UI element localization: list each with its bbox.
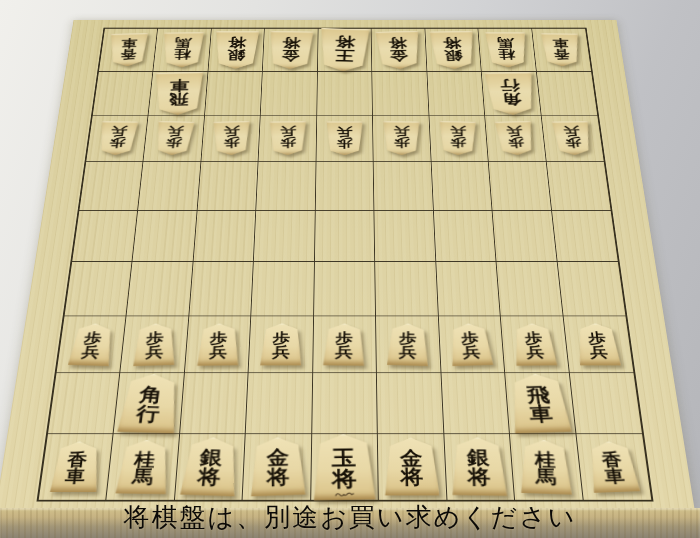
cell-3d — [431, 162, 492, 211]
cell-6d — [256, 162, 316, 211]
piece-gote-金将-6a: 金 将 — [268, 31, 314, 69]
piece-kanji: 歩 兵 — [450, 126, 466, 149]
cell-9c: 歩 兵 — [86, 116, 149, 162]
cell-8g: 歩 兵 — [121, 316, 190, 373]
cell-3a: 銀 将 — [425, 29, 482, 72]
piece-kanji: 玉 将 — [332, 448, 357, 490]
cell-2c: 歩 兵 — [485, 116, 546, 162]
piece-kanji: 歩 兵 — [108, 126, 127, 149]
piece-sente-歩兵-9g: 歩 兵 — [68, 323, 116, 366]
cell-6f — [252, 262, 315, 316]
cell-7b — [205, 72, 263, 116]
cell-5c: 歩 兵 — [316, 116, 374, 162]
cell-9f — [65, 262, 133, 316]
cell-9d — [79, 162, 143, 211]
piece-gote-王将-5a: 王 将 — [319, 28, 370, 72]
cell-6h — [246, 373, 313, 434]
piece-kanji: 銀 将 — [442, 36, 462, 61]
cell-4d — [374, 162, 434, 211]
piece-kanji: 角 行 — [135, 386, 163, 424]
piece-kanji: 銀 将 — [227, 36, 247, 61]
cell-4a: 金 将 — [372, 29, 427, 72]
cell-6e — [254, 211, 315, 262]
piece-sente-歩兵-2g: 歩 兵 — [512, 323, 557, 366]
piece-kanji: 金 将 — [281, 36, 301, 61]
cell-3f — [436, 262, 501, 316]
cell-2e — [493, 211, 558, 262]
cell-4f — [375, 262, 438, 316]
piece-sente-歩兵-4g: 歩 兵 — [387, 323, 428, 366]
piece-sente-歩兵-8g: 歩 兵 — [133, 323, 176, 366]
cell-6i: 金 将 — [243, 434, 312, 500]
piece-kanji: 歩 兵 — [165, 126, 184, 149]
piece-kanji: 香 車 — [552, 38, 570, 60]
piece-kanji: 歩 兵 — [524, 332, 545, 360]
piece-gote-歩兵-4c: 歩 兵 — [383, 121, 420, 155]
cell-5f — [314, 262, 376, 316]
piece-gote-歩兵-3c: 歩 兵 — [440, 121, 477, 156]
maker-signature-mark — [335, 491, 355, 498]
cell-6c: 歩 兵 — [259, 116, 317, 162]
piece-kanji: 銀 将 — [197, 449, 224, 488]
piece-kanji: 金 将 — [388, 36, 408, 61]
cell-8e — [133, 211, 198, 262]
cell-1e — [552, 211, 618, 262]
piece-kanji: 歩 兵 — [223, 126, 239, 149]
cell-7i: 銀 将 — [175, 434, 246, 500]
piece-kanji: 歩 兵 — [337, 126, 353, 148]
cell-6b — [261, 72, 318, 116]
cell-7c: 歩 兵 — [201, 116, 261, 162]
board-scene: 香 車桂 馬銀 将金 将王 将金 将銀 将桂 馬香 車飛 車角 行歩 兵歩 兵歩… — [0, 0, 700, 538]
product-photo: 香 車桂 馬銀 将金 将王 将金 将銀 将桂 馬香 車飛 車角 行歩 兵歩 兵歩… — [0, 0, 700, 538]
cell-5i: 玉 将 — [311, 434, 379, 500]
cell-2h: 飛 車 — [505, 373, 576, 434]
cell-7a: 銀 将 — [208, 29, 265, 72]
cell-1a: 香 車 — [532, 29, 591, 72]
piece-gote-飛車-8b: 飛 車 — [153, 72, 203, 116]
cell-1d — [546, 162, 610, 211]
piece-kanji: 金 将 — [400, 450, 424, 488]
piece-kanji: 歩 兵 — [145, 331, 164, 359]
cell-8d — [138, 162, 201, 211]
piece-sente-金将-6i: 金 将 — [251, 437, 306, 497]
shogi-board: 香 車桂 馬銀 将金 将王 将金 将銀 将桂 馬香 車飛 車角 行歩 兵歩 兵歩… — [0, 20, 695, 512]
piece-gote-歩兵-8c: 歩 兵 — [153, 121, 194, 156]
piece-gote-歩兵-6c: 歩 兵 — [269, 121, 306, 155]
piece-gote-桂馬-8a: 桂 馬 — [161, 32, 204, 67]
cell-5a: 王 将 — [318, 29, 373, 72]
cell-8c: 歩 兵 — [144, 116, 205, 162]
piece-kanji: 桂 馬 — [535, 451, 557, 486]
cell-3g: 歩 兵 — [438, 316, 505, 373]
piece-kanji: 香 車 — [120, 38, 137, 60]
cell-2f — [497, 262, 564, 316]
cell-9h — [48, 373, 121, 434]
piece-kanji: 桂 馬 — [131, 451, 156, 486]
piece-sente-飛車-2h: 飛 車 — [508, 373, 572, 433]
piece-kanji: 香 車 — [64, 452, 88, 485]
piece-gote-歩兵-7c: 歩 兵 — [212, 121, 249, 156]
piece-kanji: 歩 兵 — [272, 332, 290, 360]
cell-6g: 歩 兵 — [249, 316, 314, 373]
piece-gote-歩兵-9c: 歩 兵 — [97, 121, 139, 155]
cell-2a: 桂 馬 — [478, 29, 536, 72]
piece-kanji: 桂 馬 — [174, 37, 192, 60]
piece-kanji: 歩 兵 — [461, 331, 482, 359]
cell-3b — [427, 72, 485, 116]
board-grid: 香 車桂 馬銀 将金 将王 将金 将銀 将桂 馬香 車飛 車角 行歩 兵歩 兵歩… — [36, 28, 653, 502]
cell-9i: 香 車 — [39, 434, 114, 500]
cell-1g: 歩 兵 — [563, 316, 633, 373]
cell-8f — [127, 262, 194, 316]
cell-3h — [441, 373, 510, 434]
piece-sente-桂馬-8i: 桂 馬 — [115, 439, 171, 494]
piece-sente-銀将-7i: 銀 将 — [180, 437, 240, 497]
cell-1c: 歩 兵 — [541, 116, 604, 162]
cell-5h — [312, 373, 378, 434]
cell-5b — [317, 72, 373, 116]
piece-gote-銀将-3a: 銀 将 — [430, 31, 477, 69]
cell-4i: 金 将 — [378, 434, 447, 500]
piece-gote-香車-9a: 香 車 — [109, 33, 148, 67]
cell-9g: 歩 兵 — [56, 316, 126, 373]
cell-1b — [536, 72, 597, 116]
piece-sente-香車-9i: 香 車 — [50, 442, 102, 492]
piece-sente-玉将-5i: 玉 将 — [314, 434, 376, 501]
piece-gote-歩兵-2c: 歩 兵 — [494, 121, 535, 156]
cell-5d — [315, 162, 374, 211]
piece-kanji: 歩 兵 — [209, 332, 228, 360]
piece-sente-歩兵-1g: 歩 兵 — [575, 323, 621, 365]
cell-9e — [72, 211, 138, 262]
cell-6a: 金 将 — [263, 29, 318, 72]
cell-1f — [557, 262, 625, 316]
cell-7d — [197, 162, 258, 211]
cell-5g: 歩 兵 — [313, 316, 377, 373]
cell-3c: 歩 兵 — [429, 116, 489, 162]
piece-gote-香車-1a: 香 車 — [541, 33, 581, 66]
cell-3i: 銀 将 — [444, 434, 515, 500]
piece-sente-銀将-3i: 銀 将 — [451, 437, 507, 496]
cell-8b: 飛 車 — [149, 72, 208, 116]
cell-3e — [434, 211, 497, 262]
piece-kanji: 歩 兵 — [588, 332, 609, 360]
piece-kanji: 歩 兵 — [393, 126, 409, 149]
piece-sente-角行-8h: 角 行 — [117, 373, 181, 433]
cell-2d — [489, 162, 552, 211]
cell-9b — [93, 72, 154, 116]
piece-kanji: 金 将 — [266, 449, 289, 488]
cell-1i: 香 車 — [576, 434, 651, 500]
piece-gote-金将-4a: 金 将 — [376, 31, 423, 70]
cell-8h: 角 行 — [114, 373, 185, 434]
cell-2g: 歩 兵 — [501, 316, 570, 373]
cell-4h — [377, 373, 444, 434]
piece-kanji: 桂 馬 — [497, 37, 516, 59]
piece-gote-歩兵-1c: 歩 兵 — [552, 121, 594, 155]
caption-text: 将棋盤は、別途お買い求めください — [0, 500, 700, 535]
piece-kanji: 歩 兵 — [335, 332, 353, 360]
cell-7g: 歩 兵 — [185, 316, 252, 373]
cell-4e — [375, 211, 436, 262]
piece-sente-歩兵-5g: 歩 兵 — [324, 323, 366, 366]
piece-gote-桂馬-2a: 桂 馬 — [485, 32, 529, 67]
cell-1h — [569, 373, 642, 434]
piece-sente-歩兵-3g: 歩 兵 — [449, 323, 494, 366]
piece-sente-歩兵-6g: 歩 兵 — [260, 323, 302, 365]
piece-kanji: 歩 兵 — [399, 331, 417, 359]
piece-gote-角行-2b: 角 行 — [485, 72, 538, 115]
piece-sente-歩兵-7g: 歩 兵 — [197, 323, 239, 366]
piece-kanji: 銀 将 — [467, 450, 491, 488]
cell-8a: 桂 馬 — [154, 29, 212, 72]
piece-kanji: 王 将 — [334, 35, 355, 62]
cell-7h — [180, 373, 249, 434]
cell-4b — [372, 72, 429, 116]
piece-kanji: 歩 兵 — [505, 126, 524, 149]
cell-4g: 歩 兵 — [376, 316, 441, 373]
cell-5e — [315, 211, 376, 262]
cell-2i: 桂 馬 — [510, 434, 583, 500]
piece-sente-金将-4i: 金 将 — [384, 438, 440, 496]
piece-kanji: 角 行 — [499, 78, 522, 105]
piece-kanji: 歩 兵 — [280, 126, 296, 149]
piece-sente-香車-1i: 香 車 — [586, 441, 640, 493]
cell-7e — [193, 211, 256, 262]
piece-kanji: 歩 兵 — [562, 126, 581, 149]
piece-kanji: 飛 車 — [168, 78, 189, 105]
cell-2b: 角 行 — [482, 72, 541, 116]
cell-8i: 桂 馬 — [107, 434, 180, 500]
cell-9a: 香 車 — [99, 29, 158, 72]
piece-gote-銀将-7a: 銀 将 — [213, 31, 259, 69]
piece-gote-歩兵-5c: 歩 兵 — [326, 122, 363, 156]
piece-sente-桂馬-2i: 桂 馬 — [520, 439, 573, 494]
cell-7f — [189, 262, 254, 316]
cell-4c: 歩 兵 — [373, 116, 431, 162]
